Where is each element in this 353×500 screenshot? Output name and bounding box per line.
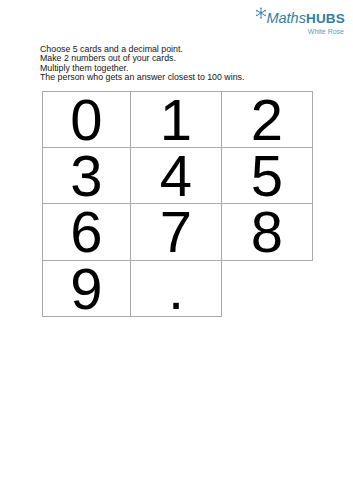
card-cell-3: 3 (42, 148, 131, 205)
card-cell-7: 7 (131, 204, 222, 261)
card-cell-4: 4 (131, 148, 222, 205)
worksheet-page: { "game": "digit-card-decimal-multiplica… (0, 0, 353, 500)
game-instructions: Choose 5 cards and a decimal point. Make… (40, 45, 244, 83)
spark-asterisk-icon (255, 5, 267, 22)
mathshubs-logo: MathsHUBS White Rose (255, 9, 345, 35)
card-cell-decimal-point: . (131, 261, 222, 318)
card-cell-8: 8 (222, 204, 313, 261)
logo-white-rose-text: White Rose (255, 28, 345, 35)
card-cell-2: 2 (222, 91, 313, 148)
card-cell-1: 1 (131, 91, 222, 148)
card-cell-6: 6 (42, 204, 131, 261)
logo-wordmark: MathsHUBS (255, 9, 345, 27)
digit-card-grid: 0 1 2 3 4 5 6 7 8 9 . (42, 91, 313, 317)
instruction-line-4: The person who gets an answer closest to… (40, 73, 244, 82)
card-cell-0: 0 (42, 91, 131, 148)
card-cell-empty (222, 261, 313, 318)
card-cell-5: 5 (222, 148, 313, 205)
card-cell-9: 9 (42, 261, 131, 318)
logo-maths-text: Maths (266, 10, 306, 26)
logo-hubs-text: HUBS (306, 11, 345, 26)
